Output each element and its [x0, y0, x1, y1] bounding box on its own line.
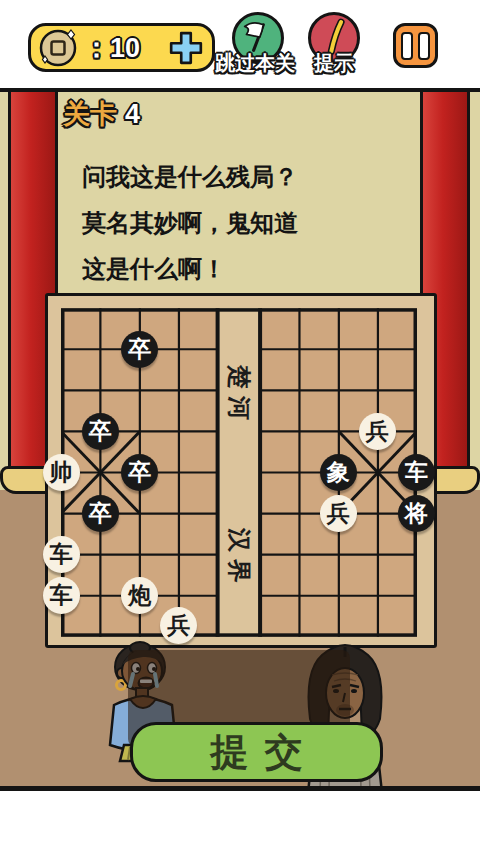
pieces-layer: 卒卒兵帅卒象车卒兵将车车炮兵 [48, 296, 434, 645]
pause-icon [401, 32, 413, 60]
piece-兵[interactable]: 兵 [320, 495, 357, 532]
submit-button[interactable]: 提交 [130, 722, 383, 782]
coin-panel: ：10 [28, 23, 215, 72]
piece-卒[interactable]: 卒 [121, 454, 158, 491]
submit-label: 提交 [211, 727, 319, 778]
hint-button[interactable]: 提示 [303, 12, 365, 77]
xiangqi-board[interactable]: 楚河 汉界 卒卒兵帅卒象车卒兵将车车炮兵 [45, 293, 437, 648]
piece-帅[interactable]: 帅 [43, 454, 80, 491]
pause-button[interactable] [393, 23, 438, 68]
story-line-2: 莫名其妙啊，鬼知道 [82, 200, 298, 246]
top-bar: ：10 跳过本关 提示 [0, 0, 480, 88]
piece-卒[interactable]: 卒 [82, 413, 119, 450]
coin-count: ：10 [83, 30, 140, 66]
bottom-white-area [0, 791, 480, 853]
piece-炮[interactable]: 炮 [121, 577, 158, 614]
game-screen: ：10 跳过本关 提示 [0, 0, 480, 853]
level-prefix: 关卡 [63, 99, 117, 129]
add-coins-button[interactable] [168, 30, 204, 66]
piece-象[interactable]: 象 [320, 454, 357, 491]
piece-兵[interactable]: 兵 [160, 607, 197, 644]
skip-level-button[interactable]: 跳过本关 [227, 12, 289, 77]
piece-车[interactable]: 车 [398, 454, 435, 491]
level-label: 关卡4 [63, 96, 140, 132]
piece-车[interactable]: 车 [43, 577, 80, 614]
piece-将[interactable]: 将 [398, 495, 435, 532]
level-number: 4 [125, 99, 140, 129]
piece-卒[interactable]: 卒 [121, 331, 158, 368]
piece-兵[interactable]: 兵 [359, 413, 396, 450]
story-line-1: 问我这是什么残局？ [82, 154, 298, 200]
story-line-3: 这是什么啊！ [82, 246, 298, 292]
coin-icon [37, 27, 79, 69]
skip-level-label: 跳过本关 [215, 50, 289, 77]
hint-label: 提示 [303, 50, 365, 77]
story-text: 问我这是什么残局？ 莫名其妙啊，鬼知道 这是什么啊！ [82, 154, 298, 292]
scene: 关卡4 问我这是什么残局？ 莫名其妙啊，鬼知道 这是什么啊！ [0, 88, 480, 790]
piece-车[interactable]: 车 [43, 536, 80, 573]
piece-卒[interactable]: 卒 [82, 495, 119, 532]
